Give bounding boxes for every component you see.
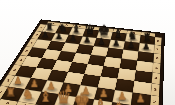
white-bishop: ♝ (91, 97, 110, 105)
black-pawn: ♟ (65, 33, 80, 41)
rank-label: 4 (151, 72, 160, 84)
white-rook: ♜ (129, 104, 149, 105)
white-king: ♚ (72, 90, 91, 105)
square-f1: ♝ (90, 99, 112, 105)
square-c6 (61, 42, 79, 52)
black-pawn: ♟ (80, 35, 95, 44)
white-bishop: ♝ (36, 89, 55, 104)
black-pawn: ♟ (38, 30, 52, 38)
black-pawn: ♟ (109, 39, 124, 48)
white-rook: ♜ (1, 85, 19, 98)
white-knight: ♞ (110, 100, 129, 105)
chess-board: abcdefgh8♜♞♝♛♚♝♞♜87♟♟♟♟♟♟♟♟7665544332♟♟♟… (0, 20, 164, 105)
square-d5 (72, 53, 91, 64)
black-pawn: ♟ (94, 37, 109, 46)
square-e4 (84, 64, 103, 76)
black-pawn: ♟ (123, 40, 138, 49)
black-pawn: ♟ (51, 32, 65, 40)
white-knight: ♞ (19, 87, 37, 101)
rank-label: 2 (150, 95, 159, 105)
black-pawn: ♟ (139, 42, 154, 51)
rank-label: 3 (151, 83, 160, 96)
white-queen: ♛ (54, 89, 73, 105)
board-grid: abcdefgh8♜♞♝♛♚♝♞♜87♟♟♟♟♟♟♟♟7665544332♟♟♟… (0, 20, 164, 105)
square-h6 (137, 51, 154, 62)
square-g7: ♟ (123, 41, 139, 51)
scene: abcdefgh8♜♞♝♛♚♝♞♜87♟♟♟♟♟♟♟♟7665544332♟♟♟… (0, 0, 175, 105)
square-h7: ♟ (138, 43, 154, 53)
square-e6 (91, 46, 109, 57)
square-g1: ♞ (109, 102, 130, 105)
photo-stage: abcdefgh8♜♞♝♛♚♝♞♜87♟♟♟♟♟♟♟♟7665544332♟♟♟… (0, 0, 175, 105)
